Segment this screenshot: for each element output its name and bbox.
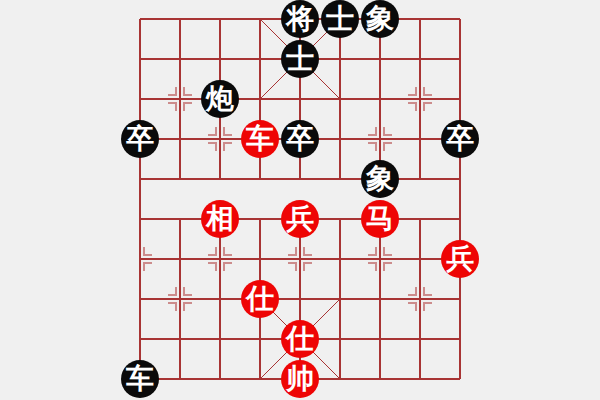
black-general[interactable]: 将 [281, 0, 319, 38]
black-advisor[interactable]: 士 [321, 0, 359, 38]
red-soldier[interactable]: 兵 [281, 200, 319, 238]
black-soldier[interactable]: 卒 [121, 120, 159, 158]
black-elephant[interactable]: 象 [361, 160, 399, 198]
black-cannon[interactable]: 炮 [201, 80, 239, 118]
black-chariot[interactable]: 车 [121, 360, 159, 398]
red-advisor[interactable]: 仕 [281, 320, 319, 358]
red-advisor[interactable]: 仕 [241, 280, 279, 318]
red-elephant[interactable]: 相 [201, 200, 239, 238]
red-chariot[interactable]: 车 [241, 120, 279, 158]
black-soldier[interactable]: 卒 [441, 120, 479, 158]
black-elephant[interactable]: 象 [361, 0, 399, 38]
xiangqi-board-area: 将士象士炮卒车卒卒象相兵马兵仕仕车帅 [0, 0, 600, 400]
red-soldier[interactable]: 兵 [441, 240, 479, 278]
board-grid[interactable]: 将士象士炮卒车卒卒象相兵马兵仕仕车帅 [120, 0, 480, 399]
black-soldier[interactable]: 卒 [281, 120, 319, 158]
red-general[interactable]: 帅 [281, 360, 319, 398]
red-horse[interactable]: 马 [361, 200, 399, 238]
black-advisor[interactable]: 士 [281, 40, 319, 78]
